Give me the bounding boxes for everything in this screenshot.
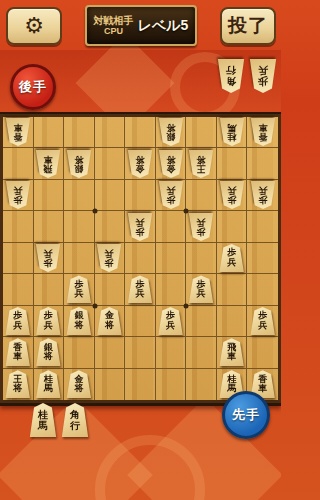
board-cell-r1c7[interactable]: [186, 117, 217, 148]
piece-face: 歩兵: [188, 213, 214, 241]
piece-face: 角行: [61, 403, 89, 437]
piece-kanji: 飛: [44, 164, 53, 174]
board-cell-r8c3[interactable]: [64, 337, 95, 368]
piece-kanji: 兵: [166, 321, 175, 331]
board-cell-r2c5[interactable]: 金将: [125, 148, 156, 179]
board-cell-r6c7[interactable]: 歩兵: [186, 274, 217, 305]
board-cell-r3c2[interactable]: [34, 180, 65, 211]
sente-captured-tray: 桂馬角行: [29, 403, 89, 437]
piece-香車-sente[interactable]: 香車: [5, 338, 31, 366]
piece-飛車-gote[interactable]: 飛車: [35, 150, 61, 178]
piece-kanji: 桂: [38, 409, 48, 420]
board-cell-r5c8[interactable]: 歩兵: [217, 243, 248, 274]
piece-face: 歩兵: [249, 59, 277, 93]
opponent-level: レベル5: [138, 17, 189, 35]
opponent-label: 対戦相手: [94, 16, 134, 26]
board-cell-r8c4[interactable]: [95, 337, 126, 368]
piece-歩兵-gote[interactable]: 歩兵: [96, 244, 122, 272]
piece-kanji: 将: [197, 154, 206, 164]
piece-歩兵-sente[interactable]: 歩兵: [35, 307, 61, 335]
piece-face: 歩兵: [127, 275, 153, 303]
piece-kanji: 兵: [135, 289, 144, 299]
piece-金将-sente[interactable]: 金将: [66, 370, 92, 398]
piece-face: 歩兵: [35, 307, 61, 335]
board-cell-r1c6[interactable]: 銀将: [156, 117, 187, 148]
piece-kanji: 王: [197, 164, 206, 174]
piece-kanji: 香: [13, 132, 22, 142]
resign-label: 投了: [228, 13, 268, 39]
opponent-name: CPU: [104, 27, 123, 36]
board-cell-r1c5[interactable]: [125, 117, 156, 148]
board-cell-r2c2[interactable]: 飛車: [34, 148, 65, 179]
piece-kanji: 行: [226, 65, 236, 76]
piece-歩兵-gote[interactable]: 歩兵: [158, 181, 184, 209]
board-cell-r7c7[interactable]: [186, 306, 217, 337]
shogi-board: 香車銀将桂馬香車飛車銀将金将金将王将歩兵歩兵歩兵歩兵歩兵歩兵歩兵歩兵歩兵歩兵歩兵…: [3, 117, 278, 400]
piece-香車-gote[interactable]: 香車: [250, 118, 276, 146]
piece-kanji: 車: [258, 123, 267, 133]
piece-face: 歩兵: [66, 275, 92, 303]
piece-face: 銀将: [66, 307, 92, 335]
piece-歩兵-sente[interactable]: 歩兵: [158, 307, 184, 335]
piece-金将-gote[interactable]: 金将: [127, 150, 153, 178]
piece-kanji: 銀: [166, 132, 175, 142]
board-cell-r6c4[interactable]: [95, 274, 126, 305]
piece-kanji: 金: [135, 164, 144, 174]
opponent-info: 対戦相手 CPU: [94, 16, 134, 36]
board-cell-r8c5[interactable]: [125, 337, 156, 368]
piece-kanji: 兵: [74, 289, 83, 299]
piece-face: 歩兵: [219, 181, 245, 209]
board-cell-r4c7[interactable]: 歩兵: [186, 211, 217, 242]
board-cell-r6c2[interactable]: [34, 274, 65, 305]
board-cell-r9c2[interactable]: 桂馬: [34, 369, 65, 400]
piece-face: 王将: [188, 150, 214, 178]
top-bar: ⚙ 対戦相手 CPU レベル5 投了: [0, 0, 281, 50]
board-cell-r5c5[interactable]: [125, 243, 156, 274]
board-cell-r5c4[interactable]: 歩兵: [95, 243, 126, 274]
piece-face: 金将: [158, 150, 184, 178]
sente-badge-label: 先手: [232, 406, 260, 424]
piece-kanji: 歩: [44, 258, 53, 268]
board-cell-r9c1[interactable]: 王将: [3, 369, 34, 400]
piece-face: 歩兵: [127, 213, 153, 241]
board-cell-r3c1[interactable]: 歩兵: [3, 180, 34, 211]
piece-face: 銀将: [35, 338, 61, 366]
board-cell-r1c3[interactable]: [64, 117, 95, 148]
board-cell-r5c2[interactable]: 歩兵: [34, 243, 65, 274]
board-cell-r9c7[interactable]: [186, 369, 217, 400]
board-cell-r4c8[interactable]: [217, 211, 248, 242]
board-cell-r7c6[interactable]: 歩兵: [156, 306, 187, 337]
hand-piece-角行-sente[interactable]: 角行: [61, 403, 89, 437]
piece-face: 香車: [5, 338, 31, 366]
board-cell-r6c8[interactable]: [217, 274, 248, 305]
board-cell-r5c1[interactable]: [3, 243, 34, 274]
piece-kanji: 兵: [197, 217, 206, 227]
piece-kanji: 兵: [44, 321, 53, 331]
piece-kanji: 兵: [166, 186, 175, 196]
piece-face: 歩兵: [250, 181, 276, 209]
piece-kanji: 桂: [227, 132, 236, 142]
piece-kanji: 馬: [227, 123, 236, 133]
piece-kanji: 車: [13, 123, 22, 133]
piece-kanji: 角: [226, 76, 236, 87]
board-cell-r8c7[interactable]: [186, 337, 217, 368]
piece-kanji: 銀: [74, 164, 83, 174]
piece-face: 歩兵: [5, 307, 31, 335]
piece-kanji: 兵: [135, 217, 144, 227]
board-cell-r2c9[interactable]: [247, 148, 278, 179]
board-cell-r2c3[interactable]: 銀将: [64, 148, 95, 179]
piece-kanji: 将: [105, 321, 114, 331]
piece-face: 歩兵: [158, 181, 184, 209]
piece-face: 飛車: [219, 338, 245, 366]
piece-歩兵-sente[interactable]: 歩兵: [219, 244, 245, 272]
board-cell-r6c5[interactable]: 歩兵: [125, 274, 156, 305]
board-cell-r3c8[interactable]: 歩兵: [217, 180, 248, 211]
board-cell-r1c4[interactable]: [95, 117, 126, 148]
board-cell-r5c3[interactable]: [64, 243, 95, 274]
board-cell-r7c4[interactable]: 金将: [95, 306, 126, 337]
piece-kanji: 兵: [44, 248, 53, 258]
piece-kanji: 歩: [227, 195, 236, 205]
piece-face: 歩兵: [35, 244, 61, 272]
board-cell-r9c6[interactable]: [156, 369, 187, 400]
board-cell-r6c6[interactable]: [156, 274, 187, 305]
board-cell-r2c8[interactable]: [217, 148, 248, 179]
piece-飛車-sente[interactable]: 飛車: [219, 338, 245, 366]
piece-kanji: 兵: [105, 248, 114, 258]
piece-face: 金将: [127, 150, 153, 178]
board-cell-r3c5[interactable]: [125, 180, 156, 211]
piece-kanji: 将: [13, 384, 22, 394]
piece-桂馬-sente[interactable]: 桂馬: [35, 370, 61, 398]
piece-face: 銀将: [66, 150, 92, 178]
board-cell-r3c4[interactable]: [95, 180, 126, 211]
piece-face: 香車: [250, 118, 276, 146]
piece-kanji: 金: [166, 164, 175, 174]
board-cell-r4c6[interactable]: [156, 211, 187, 242]
piece-kanji: 馬: [38, 420, 48, 431]
board-cell-r9c3[interactable]: 金将: [64, 369, 95, 400]
board-cell-r2c7[interactable]: 王将: [186, 148, 217, 179]
board-cell-r5c9[interactable]: [247, 243, 278, 274]
piece-kanji: 兵: [227, 186, 236, 196]
hand-piece-角行-gote[interactable]: 角行: [217, 59, 245, 93]
piece-銀将-gote[interactable]: 銀将: [66, 150, 92, 178]
piece-face: 角行: [217, 59, 245, 93]
piece-kanji: 歩: [13, 195, 22, 205]
hand-piece-歩兵-gote[interactable]: 歩兵: [249, 59, 277, 93]
board-cell-r4c3[interactable]: [64, 211, 95, 242]
settings-button[interactable]: ⚙: [6, 7, 62, 45]
sente-badge: 先手: [222, 391, 270, 439]
board-cell-r6c1[interactable]: [3, 274, 34, 305]
piece-face: 金将: [66, 370, 92, 398]
piece-kanji: 車: [258, 384, 267, 394]
piece-face: 歩兵: [250, 307, 276, 335]
piece-kanji: 車: [44, 154, 53, 164]
board-cell-r1c1[interactable]: 香車: [3, 117, 34, 148]
piece-kanji: 兵: [197, 289, 206, 299]
gote-badge: 後手: [10, 64, 56, 110]
gear-icon: ⚙: [24, 13, 44, 39]
piece-歩兵-sente[interactable]: 歩兵: [5, 307, 31, 335]
piece-kanji: 馬: [44, 384, 53, 394]
piece-香車-gote[interactable]: 香車: [5, 118, 31, 146]
piece-kanji: 兵: [258, 65, 268, 76]
piece-歩兵-gote[interactable]: 歩兵: [188, 213, 214, 241]
piece-kanji: 歩: [258, 195, 267, 205]
piece-face: 香車: [5, 118, 31, 146]
board-cell-r4c9[interactable]: [247, 211, 278, 242]
piece-kanji: 兵: [13, 321, 22, 331]
board-cell-r7c3[interactable]: 銀将: [64, 306, 95, 337]
resign-button[interactable]: 投了: [220, 7, 276, 45]
piece-王将-gote[interactable]: 王将: [188, 150, 214, 178]
gote-captured-tray: 角行歩兵: [217, 59, 277, 93]
piece-歩兵-gote[interactable]: 歩兵: [250, 181, 276, 209]
piece-歩兵-sente[interactable]: 歩兵: [127, 275, 153, 303]
piece-kanji: 兵: [258, 321, 267, 331]
piece-face: 銀将: [158, 118, 184, 146]
background-crest-bottom: [95, 435, 205, 500]
piece-kanji: 車: [227, 352, 236, 362]
board-cell-r2c4[interactable]: [95, 148, 126, 179]
board-cell-r6c9[interactable]: [247, 274, 278, 305]
piece-金将-sente[interactable]: 金将: [96, 307, 122, 335]
hand-piece-桂馬-sente[interactable]: 桂馬: [29, 403, 57, 437]
board-cell-r1c2[interactable]: [34, 117, 65, 148]
piece-銀将-sente[interactable]: 銀将: [66, 307, 92, 335]
piece-kanji: 将: [166, 154, 175, 164]
board-cell-r7c5[interactable]: [125, 306, 156, 337]
board-cell-r4c5[interactable]: 歩兵: [125, 211, 156, 242]
piece-face: 桂馬: [219, 118, 245, 146]
board-cell-r3c7[interactable]: [186, 180, 217, 211]
piece-kanji: 将: [74, 321, 83, 331]
board-cell-r4c1[interactable]: [3, 211, 34, 242]
board-cell-r8c8[interactable]: 飛車: [217, 337, 248, 368]
piece-金将-gote[interactable]: 金将: [158, 150, 184, 178]
piece-kanji: 兵: [227, 258, 236, 268]
piece-kanji: 将: [135, 154, 144, 164]
piece-face: 桂馬: [29, 403, 57, 437]
board-cell-r2c1[interactable]: [3, 148, 34, 179]
piece-face: 歩兵: [158, 307, 184, 335]
piece-kanji: 兵: [13, 186, 22, 196]
piece-face: 歩兵: [96, 244, 122, 272]
piece-王将-sente[interactable]: 王将: [5, 370, 31, 398]
board-frame: 香車銀将桂馬香車飛車銀将金将金将王将歩兵歩兵歩兵歩兵歩兵歩兵歩兵歩兵歩兵歩兵歩兵…: [0, 112, 281, 406]
piece-kanji: 車: [13, 352, 22, 362]
board-cell-r8c6[interactable]: [156, 337, 187, 368]
piece-歩兵-gote[interactable]: 歩兵: [127, 213, 153, 241]
piece-銀将-gote[interactable]: 銀将: [158, 118, 184, 146]
piece-face: 桂馬: [35, 370, 61, 398]
piece-kanji: 将: [44, 352, 53, 362]
board-cell-r8c2[interactable]: 銀将: [34, 337, 65, 368]
board-cell-r9c4[interactable]: [95, 369, 126, 400]
piece-歩兵-gote[interactable]: 歩兵: [35, 244, 61, 272]
piece-kanji: 将: [74, 154, 83, 164]
board-cell-r1c8[interactable]: 桂馬: [217, 117, 248, 148]
opponent-panel: 対戦相手 CPU レベル5: [85, 5, 197, 46]
board-cell-r2c6[interactable]: 金将: [156, 148, 187, 179]
board-cell-r4c2[interactable]: [34, 211, 65, 242]
board-cell-r7c8[interactable]: [217, 306, 248, 337]
board-cell-r7c9[interactable]: 歩兵: [247, 306, 278, 337]
piece-kanji: 行: [70, 420, 80, 431]
board-cell-r3c9[interactable]: 歩兵: [247, 180, 278, 211]
piece-face: 歩兵: [5, 181, 31, 209]
piece-face: 王将: [5, 370, 31, 398]
piece-歩兵-gote[interactable]: 歩兵: [219, 181, 245, 209]
board-cell-r3c6[interactable]: 歩兵: [156, 180, 187, 211]
piece-kanji: 香: [258, 132, 267, 142]
gote-badge-label: 後手: [19, 78, 47, 96]
piece-kanji: 将: [166, 123, 175, 133]
board-cell-r7c2[interactable]: 歩兵: [34, 306, 65, 337]
piece-kanji: 歩: [166, 195, 175, 205]
board-cell-r8c1[interactable]: 香車: [3, 337, 34, 368]
piece-kanji: 歩: [105, 258, 114, 268]
board-cell-r5c6[interactable]: [156, 243, 187, 274]
piece-kanji: 角: [70, 409, 80, 420]
board-cell-r7c1[interactable]: 歩兵: [3, 306, 34, 337]
shogi-app: { "game": "shogi", "position": { "sfen":…: [0, 0, 281, 500]
piece-歩兵-gote[interactable]: 歩兵: [5, 181, 31, 209]
piece-face: 金将: [96, 307, 122, 335]
board-cell-r1c9[interactable]: 香車: [247, 117, 278, 148]
piece-face: 歩兵: [188, 275, 214, 303]
piece-歩兵-sente[interactable]: 歩兵: [66, 275, 92, 303]
board-cell-r3c3[interactable]: [64, 180, 95, 211]
piece-kanji: 兵: [258, 186, 267, 196]
board-cell-r4c4[interactable]: [95, 211, 126, 242]
board-cell-r5c7[interactable]: [186, 243, 217, 274]
piece-銀将-sente[interactable]: 銀将: [35, 338, 61, 366]
piece-歩兵-sente[interactable]: 歩兵: [250, 307, 276, 335]
piece-face: 歩兵: [219, 244, 245, 272]
piece-face: 飛車: [35, 150, 61, 178]
board-cell-r8c9[interactable]: [247, 337, 278, 368]
board-cell-r9c5[interactable]: [125, 369, 156, 400]
piece-kanji: 将: [74, 384, 83, 394]
board-cell-r6c3[interactable]: 歩兵: [64, 274, 95, 305]
piece-kanji: 歩: [258, 76, 268, 87]
piece-歩兵-sente[interactable]: 歩兵: [188, 275, 214, 303]
piece-桂馬-gote[interactable]: 桂馬: [219, 118, 245, 146]
